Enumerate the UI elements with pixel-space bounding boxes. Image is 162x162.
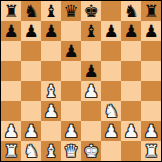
square-c4[interactable]: ♝ xyxy=(41,81,61,101)
white-pawn[interactable]: ♟ xyxy=(143,121,158,141)
square-b3[interactable] xyxy=(21,101,41,121)
black-pawn[interactable]: ♟ xyxy=(43,21,58,41)
square-g7[interactable]: ♟ xyxy=(121,21,141,41)
white-knight[interactable]: ♞ xyxy=(23,141,38,161)
square-c1[interactable]: ♝ xyxy=(41,141,61,161)
black-pawn[interactable]: ♟ xyxy=(143,21,158,41)
square-b2[interactable]: ♟ xyxy=(21,121,41,141)
square-e4[interactable]: ♟ xyxy=(81,81,101,101)
square-f8[interactable] xyxy=(101,1,121,21)
black-pawn[interactable]: ♟ xyxy=(103,21,118,41)
square-e8[interactable]: ♚ xyxy=(81,1,101,21)
square-d5[interactable] xyxy=(61,61,81,81)
square-a2[interactable]: ♟ xyxy=(1,121,21,141)
square-b7[interactable]: ♟ xyxy=(21,21,41,41)
square-c2[interactable] xyxy=(41,121,61,141)
white-pawn[interactable]: ♟ xyxy=(23,121,38,141)
square-b8[interactable]: ♞ xyxy=(21,1,41,21)
white-knight[interactable]: ♞ xyxy=(103,101,118,121)
square-f2[interactable]: ♟ xyxy=(101,121,121,141)
square-a7[interactable]: ♟ xyxy=(1,21,21,41)
white-pawn[interactable]: ♟ xyxy=(83,81,98,101)
square-d7[interactable] xyxy=(61,21,81,41)
square-g1[interactable] xyxy=(121,141,141,161)
square-c6[interactable] xyxy=(41,41,61,61)
square-f7[interactable]: ♟ xyxy=(101,21,121,41)
square-e2[interactable] xyxy=(81,121,101,141)
square-h1[interactable]: ♜ xyxy=(141,141,161,161)
square-d2[interactable]: ♟ xyxy=(61,121,81,141)
black-rook[interactable]: ♜ xyxy=(143,1,158,21)
square-h5[interactable] xyxy=(141,61,161,81)
square-a8[interactable]: ♜ xyxy=(1,1,21,21)
square-d8[interactable]: ♛ xyxy=(61,1,81,21)
chess-board-container: ♜♞♝♛♚♞♜♟♟♟♝♟♟♟♟♟♝♟♟♞♟♟♟♟♟♟♜♞♝♛♚♜ xyxy=(0,0,162,162)
square-b5[interactable] xyxy=(21,61,41,81)
square-g2[interactable]: ♟ xyxy=(121,121,141,141)
white-rook[interactable]: ♜ xyxy=(143,141,158,161)
black-pawn[interactable]: ♟ xyxy=(83,61,98,81)
white-pawn[interactable]: ♟ xyxy=(63,121,78,141)
white-pawn[interactable]: ♟ xyxy=(123,121,138,141)
square-e5[interactable]: ♟ xyxy=(81,61,101,81)
square-f3[interactable]: ♞ xyxy=(101,101,121,121)
square-g8[interactable]: ♞ xyxy=(121,1,141,21)
square-g6[interactable] xyxy=(121,41,141,61)
square-g5[interactable] xyxy=(121,61,141,81)
square-b6[interactable] xyxy=(21,41,41,61)
square-c5[interactable] xyxy=(41,61,61,81)
white-king[interactable]: ♚ xyxy=(83,141,98,161)
black-pawn[interactable]: ♟ xyxy=(63,41,78,61)
square-e3[interactable] xyxy=(81,101,101,121)
black-pawn[interactable]: ♟ xyxy=(23,21,38,41)
square-g4[interactable] xyxy=(121,81,141,101)
square-h7[interactable]: ♟ xyxy=(141,21,161,41)
square-f6[interactable] xyxy=(101,41,121,61)
square-a3[interactable] xyxy=(1,101,21,121)
black-pawn[interactable]: ♟ xyxy=(123,21,138,41)
square-f5[interactable] xyxy=(101,61,121,81)
square-h8[interactable]: ♜ xyxy=(141,1,161,21)
square-d4[interactable] xyxy=(61,81,81,101)
white-pawn[interactable]: ♟ xyxy=(103,121,118,141)
square-b4[interactable] xyxy=(21,81,41,101)
white-pawn[interactable]: ♟ xyxy=(3,121,18,141)
white-pawn[interactable]: ♟ xyxy=(43,101,58,121)
black-rook[interactable]: ♜ xyxy=(3,1,18,21)
square-e6[interactable] xyxy=(81,41,101,61)
white-rook[interactable]: ♜ xyxy=(3,141,18,161)
white-bishop[interactable]: ♝ xyxy=(43,141,58,161)
square-a1[interactable]: ♜ xyxy=(1,141,21,161)
white-queen[interactable]: ♛ xyxy=(63,141,78,161)
chess-board: ♜♞♝♛♚♞♜♟♟♟♝♟♟♟♟♟♝♟♟♞♟♟♟♟♟♟♜♞♝♛♚♜ xyxy=(0,0,162,162)
square-e1[interactable]: ♚ xyxy=(81,141,101,161)
square-c8[interactable]: ♝ xyxy=(41,1,61,21)
black-pawn[interactable]: ♟ xyxy=(3,21,18,41)
square-c3[interactable]: ♟ xyxy=(41,101,61,121)
square-g3[interactable] xyxy=(121,101,141,121)
square-f4[interactable] xyxy=(101,81,121,101)
square-a4[interactable] xyxy=(1,81,21,101)
square-f1[interactable] xyxy=(101,141,121,161)
black-bishop[interactable]: ♝ xyxy=(43,1,58,21)
square-h3[interactable] xyxy=(141,101,161,121)
square-h4[interactable] xyxy=(141,81,161,101)
square-e7[interactable]: ♝ xyxy=(81,21,101,41)
square-a6[interactable] xyxy=(1,41,21,61)
square-b1[interactable]: ♞ xyxy=(21,141,41,161)
black-knight[interactable]: ♞ xyxy=(23,1,38,21)
black-king[interactable]: ♚ xyxy=(83,1,98,21)
white-bishop[interactable]: ♝ xyxy=(43,81,58,101)
square-h6[interactable] xyxy=(141,41,161,61)
black-queen[interactable]: ♛ xyxy=(63,1,78,21)
black-bishop[interactable]: ♝ xyxy=(83,21,98,41)
square-c7[interactable]: ♟ xyxy=(41,21,61,41)
square-d6[interactable]: ♟ xyxy=(61,41,81,61)
black-knight[interactable]: ♞ xyxy=(123,1,138,21)
square-a5[interactable] xyxy=(1,61,21,81)
square-h2[interactable]: ♟ xyxy=(141,121,161,141)
square-d1[interactable]: ♛ xyxy=(61,141,81,161)
square-d3[interactable] xyxy=(61,101,81,121)
